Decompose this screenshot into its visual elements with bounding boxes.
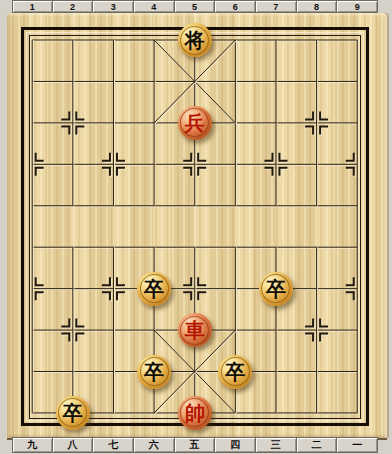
file-label-top-2: 2	[53, 0, 94, 13]
piece-glyph: 車	[185, 320, 205, 340]
file-label-bottom-四: 四	[215, 437, 256, 453]
board-point: 車	[174, 309, 215, 350]
piece-glyph: 帥	[185, 402, 205, 422]
piece-glyph: 将	[185, 30, 205, 50]
xiangqi-app: 123456789 将兵卒卒車卒卒卒帥 九八七六五四三二一	[0, 0, 392, 454]
piece-glyph: 卒	[266, 278, 286, 298]
piece-glyph: 卒	[63, 402, 83, 422]
file-label-top-6: 6	[215, 0, 256, 13]
piece-black-soldier[interactable]: 卒	[56, 396, 90, 430]
file-label-bottom-九: 九	[12, 437, 53, 453]
file-label-bottom-五: 五	[175, 437, 216, 453]
file-label-top-1: 1	[12, 0, 53, 13]
piece-black-general[interactable]: 将	[178, 23, 212, 57]
board-point: 卒	[215, 351, 256, 392]
file-label-bottom-三: 三	[256, 437, 297, 453]
piece-black-soldier[interactable]: 卒	[137, 355, 171, 389]
piece-glyph: 卒	[144, 361, 164, 381]
file-label-bottom-七: 七	[93, 437, 134, 453]
board-point: 卒	[256, 268, 297, 309]
piece-red-general[interactable]: 帥	[178, 396, 212, 430]
board-point: 将	[174, 19, 215, 60]
file-label-bottom-六: 六	[134, 437, 175, 453]
file-label-top-9: 9	[337, 0, 378, 13]
board-point: 帥	[174, 392, 215, 433]
pieces-layer: 将兵卒卒車卒卒卒帥	[12, 19, 378, 433]
piece-red-soldier[interactable]: 兵	[178, 106, 212, 140]
board-point: 兵	[174, 102, 215, 143]
piece-glyph: 卒	[144, 278, 164, 298]
file-label-bottom-一: 一	[337, 437, 378, 453]
file-label-top-8: 8	[297, 0, 338, 13]
file-label-top-5: 5	[175, 0, 216, 13]
board-point: 卒	[134, 268, 175, 309]
file-labels-top: 123456789	[12, 0, 378, 13]
piece-glyph: 兵	[185, 112, 205, 132]
board-point: 卒	[134, 351, 175, 392]
piece-black-soldier[interactable]: 卒	[218, 355, 252, 389]
file-label-bottom-二: 二	[297, 437, 338, 453]
xiangqi-board: 将兵卒卒車卒卒卒帥	[7, 13, 387, 438]
piece-black-soldier[interactable]: 卒	[259, 272, 293, 306]
piece-red-chariot[interactable]: 車	[178, 313, 212, 347]
file-label-top-7: 7	[256, 0, 297, 13]
file-label-top-3: 3	[93, 0, 134, 13]
piece-black-soldier[interactable]: 卒	[137, 272, 171, 306]
file-labels-bottom: 九八七六五四三二一	[12, 437, 378, 451]
board-point: 卒	[53, 392, 94, 433]
file-label-bottom-八: 八	[53, 437, 94, 453]
piece-glyph: 卒	[225, 361, 245, 381]
file-label-top-4: 4	[134, 0, 175, 13]
